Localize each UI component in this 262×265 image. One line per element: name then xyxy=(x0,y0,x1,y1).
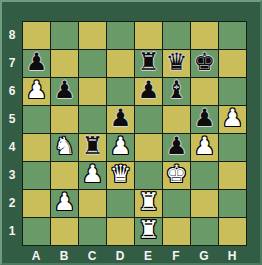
file-labels: ABCDEFGH xyxy=(22,248,246,263)
white-queen[interactable]: ♛ xyxy=(110,162,132,188)
black-pawn[interactable]: ♟ xyxy=(54,78,76,104)
chess-board: ♟♜♛♚♟♟♟♝♟♟♟♞♜♟♟♟♟♛♚♟♜♜ xyxy=(22,21,247,246)
file-label-f: F xyxy=(162,248,190,263)
square-h4[interactable] xyxy=(219,134,246,161)
square-c2[interactable] xyxy=(79,190,106,217)
square-h6[interactable] xyxy=(219,78,246,105)
rank-label-8: 8 xyxy=(2,21,22,49)
square-g5[interactable]: ♟ xyxy=(191,106,218,133)
square-d1[interactable] xyxy=(107,218,134,245)
square-h5[interactable]: ♟ xyxy=(219,106,246,133)
square-h1[interactable] xyxy=(219,218,246,245)
square-e5[interactable] xyxy=(135,106,162,133)
square-g6[interactable] xyxy=(191,78,218,105)
square-b7[interactable] xyxy=(51,50,78,77)
square-a7[interactable]: ♟ xyxy=(23,50,50,77)
square-b5[interactable] xyxy=(51,106,78,133)
white-king[interactable]: ♚ xyxy=(166,162,188,188)
black-pawn[interactable]: ♟ xyxy=(166,134,188,160)
rank-label-1: 1 xyxy=(2,217,22,245)
file-label-e: E xyxy=(134,248,162,263)
square-b4[interactable]: ♞ xyxy=(51,134,78,161)
square-f1[interactable] xyxy=(163,218,190,245)
square-e3[interactable] xyxy=(135,162,162,189)
square-g8[interactable] xyxy=(191,22,218,49)
file-label-g: G xyxy=(190,248,218,263)
square-g4[interactable]: ♟ xyxy=(191,134,218,161)
white-pawn[interactable]: ♟ xyxy=(54,190,76,216)
square-b2[interactable]: ♟ xyxy=(51,190,78,217)
square-e6[interactable]: ♟ xyxy=(135,78,162,105)
square-c6[interactable] xyxy=(79,78,106,105)
square-f8[interactable] xyxy=(163,22,190,49)
white-pawn[interactable]: ♟ xyxy=(222,106,244,132)
chess-diagram: 87654321 ♟♜♛♚♟♟♟♝♟♟♟♞♜♟♟♟♟♛♚♟♜♜ ABCDEFGH xyxy=(0,0,262,265)
square-c5[interactable] xyxy=(79,106,106,133)
rank-labels: 87654321 xyxy=(2,21,22,245)
square-a6[interactable]: ♟ xyxy=(23,78,50,105)
rank-label-2: 2 xyxy=(2,189,22,217)
black-rook[interactable]: ♜ xyxy=(138,50,160,76)
file-label-c: C xyxy=(78,248,106,263)
square-h2[interactable] xyxy=(219,190,246,217)
black-queen[interactable]: ♛ xyxy=(166,50,188,76)
file-label-d: D xyxy=(106,248,134,263)
square-d4[interactable]: ♟ xyxy=(107,134,134,161)
square-e7[interactable]: ♜ xyxy=(135,50,162,77)
square-d3[interactable]: ♛ xyxy=(107,162,134,189)
square-d5[interactable]: ♟ xyxy=(107,106,134,133)
rank-label-3: 3 xyxy=(2,161,22,189)
square-b6[interactable]: ♟ xyxy=(51,78,78,105)
square-g2[interactable] xyxy=(191,190,218,217)
file-label-a: A xyxy=(22,248,50,263)
black-pawn[interactable]: ♟ xyxy=(194,106,216,132)
square-b8[interactable] xyxy=(51,22,78,49)
square-g7[interactable]: ♚ xyxy=(191,50,218,77)
square-a4[interactable] xyxy=(23,134,50,161)
square-d7[interactable] xyxy=(107,50,134,77)
black-rook[interactable]: ♜ xyxy=(82,134,104,160)
white-pawn[interactable]: ♟ xyxy=(82,162,104,188)
black-pawn[interactable]: ♟ xyxy=(138,78,160,104)
black-pawn[interactable]: ♟ xyxy=(110,106,132,132)
square-h7[interactable] xyxy=(219,50,246,77)
rank-label-6: 6 xyxy=(2,77,22,105)
square-f2[interactable] xyxy=(163,190,190,217)
file-label-h: H xyxy=(218,248,246,263)
rank-label-5: 5 xyxy=(2,105,22,133)
rank-label-7: 7 xyxy=(2,49,22,77)
square-h3[interactable] xyxy=(219,162,246,189)
square-f5[interactable] xyxy=(163,106,190,133)
black-pawn[interactable]: ♟ xyxy=(26,50,48,76)
square-g1[interactable] xyxy=(191,218,218,245)
square-d6[interactable] xyxy=(107,78,134,105)
square-e2[interactable]: ♜ xyxy=(135,190,162,217)
square-f4[interactable]: ♟ xyxy=(163,134,190,161)
square-b1[interactable] xyxy=(51,218,78,245)
square-a5[interactable] xyxy=(23,106,50,133)
square-c7[interactable] xyxy=(79,50,106,77)
white-knight[interactable]: ♞ xyxy=(54,134,76,160)
white-rook[interactable]: ♜ xyxy=(138,190,160,216)
white-pawn[interactable]: ♟ xyxy=(194,134,216,160)
white-rook[interactable]: ♜ xyxy=(138,218,160,244)
square-a8[interactable] xyxy=(23,22,50,49)
square-h8[interactable] xyxy=(219,22,246,49)
square-a1[interactable] xyxy=(23,218,50,245)
square-c8[interactable] xyxy=(79,22,106,49)
square-c4[interactable]: ♜ xyxy=(79,134,106,161)
file-label-b: B xyxy=(50,248,78,263)
square-c1[interactable] xyxy=(79,218,106,245)
black-king[interactable]: ♚ xyxy=(194,50,216,76)
square-f6[interactable]: ♝ xyxy=(163,78,190,105)
rank-label-4: 4 xyxy=(2,133,22,161)
square-f3[interactable]: ♚ xyxy=(163,162,190,189)
black-bishop[interactable]: ♝ xyxy=(166,78,188,104)
square-e4[interactable] xyxy=(135,134,162,161)
square-e8[interactable] xyxy=(135,22,162,49)
square-g3[interactable] xyxy=(191,162,218,189)
square-c3[interactable]: ♟ xyxy=(79,162,106,189)
square-d8[interactable] xyxy=(107,22,134,49)
white-pawn[interactable]: ♟ xyxy=(26,78,48,104)
square-f7[interactable]: ♛ xyxy=(163,50,190,77)
square-a3[interactable] xyxy=(23,162,50,189)
square-e1[interactable]: ♜ xyxy=(135,218,162,245)
square-b3[interactable] xyxy=(51,162,78,189)
square-d2[interactable] xyxy=(107,190,134,217)
white-pawn[interactable]: ♟ xyxy=(110,134,132,160)
square-a2[interactable] xyxy=(23,190,50,217)
